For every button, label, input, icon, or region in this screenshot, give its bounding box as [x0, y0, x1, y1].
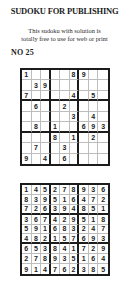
- puzzle-cell-r8c9: [98, 143, 108, 153]
- solution-cell-r2c1: 8: [22, 195, 32, 205]
- solution-cell-r6c9: 3: [98, 234, 108, 244]
- solution-cell-r4c4: 4: [51, 215, 61, 225]
- page-title: SUDOKU FOR PUBLISHING: [0, 6, 129, 16]
- solution-cell-r6c3: 2: [41, 234, 51, 244]
- solution-cell-r8c3: 8: [41, 254, 51, 264]
- puzzle-cell-r8c4: [51, 143, 61, 153]
- solution-cell-r9c8: 8: [89, 264, 99, 274]
- solution-cell-r3c4: 3: [51, 205, 61, 215]
- solution-cell-r6c1: 4: [22, 234, 32, 244]
- puzzle-cell-r4c8: [89, 101, 99, 111]
- puzzle-cell-r9c8: [89, 154, 99, 164]
- solution-cell-r1c5: 7: [60, 185, 70, 195]
- solution-cell-r4c3: 7: [41, 215, 51, 225]
- puzzle-cell-r3c4: [51, 91, 61, 101]
- page-subtitle: This sudoku with solution is totally fre…: [0, 27, 129, 42]
- puzzle-cell-r2c9: [98, 80, 108, 90]
- puzzle-cell-r5c3: [41, 112, 51, 122]
- solution-cell-r6c4: 1: [51, 234, 61, 244]
- puzzle-cell-r3c3: [41, 91, 51, 101]
- puzzle-cell-r9c3: 4: [41, 154, 51, 164]
- solution-cell-r6c6: 7: [70, 234, 80, 244]
- puzzle-cell-r1c9: [98, 70, 108, 80]
- puzzle-cell-r5c7: [79, 112, 89, 122]
- puzzle-cell-r2c7: [79, 80, 89, 90]
- puzzle-cell-r8c3: [41, 143, 51, 153]
- solution-cell-r1c1: 1: [22, 185, 32, 195]
- solution-cell-r2c7: 4: [79, 195, 89, 205]
- puzzle-cell-r8c5: 3: [60, 143, 70, 153]
- solution-cell-r7c4: 8: [51, 244, 61, 254]
- solution-cell-r1c7: 9: [79, 185, 89, 195]
- solution-cell-r7c3: 3: [41, 244, 51, 254]
- solution-cell-r3c6: 4: [70, 205, 80, 215]
- solution-cell-r7c8: 2: [89, 244, 99, 254]
- solution-cell-r4c6: 9: [70, 215, 80, 225]
- solution-cell-r8c8: 6: [89, 254, 99, 264]
- solution-cell-r3c2: 2: [32, 205, 42, 215]
- puzzle-cell-r1c4: [51, 70, 61, 80]
- puzzle-cell-r8c8: [89, 143, 99, 153]
- solution-cell-r5c2: 9: [32, 225, 42, 235]
- solution-cell-r5c8: 4: [89, 225, 99, 235]
- solution-cell-r8c4: 9: [51, 254, 61, 264]
- solution-cell-r6c5: 5: [60, 234, 70, 244]
- solution-cell-r3c7: 8: [79, 205, 89, 215]
- solution-cell-r9c7: 3: [79, 264, 89, 274]
- puzzle-cell-r8c6: [70, 143, 80, 153]
- puzzle-cell-r4c4: [51, 101, 61, 111]
- solution-cell-r9c4: 7: [51, 264, 61, 274]
- solution-cell-r5c5: 8: [60, 225, 70, 235]
- solution-cell-r8c7: 1: [79, 254, 89, 264]
- puzzle-cell-r1c6: 8: [70, 70, 80, 80]
- solution-cell-r8c2: 7: [32, 254, 42, 264]
- subtitle-line-1: This sudoku with solution is: [0, 27, 129, 35]
- puzzle-cell-r5c5: [60, 112, 70, 122]
- solution-cell-r8c9: 4: [98, 254, 108, 264]
- solution-cell-r3c3: 6: [41, 205, 51, 215]
- sudoku-solution-grid: 1452789368395164727263948513674295185916…: [20, 183, 110, 276]
- solution-cell-r9c1: 9: [22, 264, 32, 274]
- puzzle-cell-r3c2: [32, 91, 42, 101]
- puzzle-cell-r9c2: [32, 154, 42, 164]
- puzzle-cell-r5c6: 3: [70, 112, 80, 122]
- solution-cell-r1c3: 5: [41, 185, 51, 195]
- solution-cell-r6c8: 9: [89, 234, 99, 244]
- solution-cell-r7c7: 7: [79, 244, 89, 254]
- solution-cell-r5c6: 3: [70, 225, 80, 235]
- puzzle-cell-r4c2: 6: [32, 101, 42, 111]
- solution-cell-r3c5: 9: [60, 205, 70, 215]
- puzzle-cell-r5c4: [51, 112, 61, 122]
- puzzle-cell-r9c1: 9: [22, 154, 32, 164]
- solution-cell-r2c8: 7: [89, 195, 99, 205]
- puzzle-cell-r5c9: [98, 112, 108, 122]
- puzzle-cell-r2c6: [70, 80, 80, 90]
- puzzle-cell-r5c1: [22, 112, 32, 122]
- solution-cell-r2c2: 3: [32, 195, 42, 205]
- solution-cell-r2c9: 2: [98, 195, 108, 205]
- puzzle-cell-r9c7: [79, 154, 89, 164]
- puzzle-cell-r4c9: [98, 101, 108, 111]
- subtitle-line-2: totally free to use for web or print: [0, 35, 129, 43]
- puzzle-cell-r6c9: 3: [98, 122, 108, 132]
- solution-cell-r5c4: 6: [51, 225, 61, 235]
- puzzle-cell-r3c7: [79, 91, 89, 101]
- solution-cell-r4c9: 8: [98, 215, 108, 225]
- solution-cell-r4c2: 6: [32, 215, 42, 225]
- puzzle-cell-r1c3: [41, 70, 51, 80]
- puzzle-cell-r4c6: [70, 101, 80, 111]
- puzzle-cell-r1c5: [60, 70, 70, 80]
- puzzle-cell-r7c5: [60, 133, 70, 143]
- puzzle-cell-r7c4: 8: [51, 133, 61, 143]
- puzzle-cell-r1c1: 1: [22, 70, 32, 80]
- solution-cell-r7c5: 4: [60, 244, 70, 254]
- puzzle-cell-r7c9: [98, 133, 108, 143]
- solution-cell-r1c4: 2: [51, 185, 61, 195]
- solution-cell-r9c9: 5: [98, 264, 108, 274]
- solution-cell-r8c5: 3: [60, 254, 70, 264]
- puzzle-cell-r4c1: [22, 101, 32, 111]
- puzzle-cell-r3c1: 7: [22, 91, 32, 101]
- solution-cell-r7c6: 1: [70, 244, 80, 254]
- sudoku-puzzle-grid: 1893974562348169381273946: [20, 68, 110, 166]
- solution-cell-r1c2: 4: [32, 185, 42, 195]
- puzzle-cell-r6c2: 8: [32, 122, 42, 132]
- puzzle-cell-r7c2: [32, 133, 42, 143]
- puzzle-cell-r4c5: 2: [60, 101, 70, 111]
- solution-cell-r4c5: 2: [60, 215, 70, 225]
- solution-cell-r6c7: 6: [79, 234, 89, 244]
- solution-cell-r4c7: 5: [79, 215, 89, 225]
- solution-cell-r8c1: 2: [22, 254, 32, 264]
- solution-cell-r7c2: 5: [32, 244, 42, 254]
- puzzle-cell-r8c2: 7: [32, 143, 42, 153]
- puzzle-cell-r7c3: [41, 133, 51, 143]
- sudoku-page: SUDOKU FOR PUBLISHING This sudoku with s…: [0, 0, 129, 300]
- puzzle-cell-r2c5: [60, 80, 70, 90]
- puzzle-cell-r3c5: [60, 91, 70, 101]
- puzzle-cell-r2c2: 3: [32, 80, 42, 90]
- solution-cell-r9c6: 2: [70, 264, 80, 274]
- puzzle-number-label: NO 25: [11, 48, 34, 57]
- solution-cell-r5c9: 7: [98, 225, 108, 235]
- puzzle-cell-r6c5: [60, 122, 70, 132]
- solution-cell-r9c3: 4: [41, 264, 51, 274]
- puzzle-cell-r7c1: [22, 133, 32, 143]
- solution-cell-r3c8: 5: [89, 205, 99, 215]
- puzzle-cell-r3c9: [98, 91, 108, 101]
- solution-cell-r9c2: 1: [32, 264, 42, 274]
- puzzle-cell-r6c6: [70, 122, 80, 132]
- solution-cell-r2c4: 5: [51, 195, 61, 205]
- puzzle-cell-r3c6: 4: [70, 91, 80, 101]
- puzzle-cell-r1c7: 9: [79, 70, 89, 80]
- solution-cell-r6c2: 8: [32, 234, 42, 244]
- solution-cell-r7c1: 6: [22, 244, 32, 254]
- puzzle-cell-r8c7: [79, 143, 89, 153]
- puzzle-cell-r7c7: [79, 133, 89, 143]
- puzzle-cell-r2c1: [22, 80, 32, 90]
- solution-cell-r5c7: 2: [79, 225, 89, 235]
- solution-cell-r1c6: 8: [70, 185, 80, 195]
- puzzle-cell-r4c3: [41, 101, 51, 111]
- solution-cell-r5c3: 1: [41, 225, 51, 235]
- puzzle-cell-r3c8: 5: [89, 91, 99, 101]
- solution-cell-r9c5: 6: [60, 264, 70, 274]
- puzzle-cell-r6c4: 1: [51, 122, 61, 132]
- solution-cell-r4c8: 1: [89, 215, 99, 225]
- puzzle-cell-r2c3: 9: [41, 80, 51, 90]
- puzzle-cell-r1c2: [32, 70, 42, 80]
- solution-cell-r3c9: 1: [98, 205, 108, 215]
- puzzle-cell-r9c5: 6: [60, 154, 70, 164]
- solution-cell-r2c3: 9: [41, 195, 51, 205]
- puzzle-cell-r7c6: 1: [70, 133, 80, 143]
- puzzle-cell-r9c6: [70, 154, 80, 164]
- puzzle-cell-r9c9: [98, 154, 108, 164]
- solution-cell-r1c8: 3: [89, 185, 99, 195]
- solution-cell-r2c6: 6: [70, 195, 80, 205]
- solution-cell-r5c1: 5: [22, 225, 32, 235]
- puzzle-cell-r8c1: [22, 143, 32, 153]
- puzzle-cell-r6c1: [22, 122, 32, 132]
- puzzle-cell-r2c4: [51, 80, 61, 90]
- puzzle-cell-r5c8: 4: [89, 112, 99, 122]
- solution-cell-r4c1: 3: [22, 215, 32, 225]
- puzzle-cell-r2c8: [89, 80, 99, 90]
- solution-cell-r7c9: 9: [98, 244, 108, 254]
- solution-cell-r3c1: 7: [22, 205, 32, 215]
- puzzle-cell-r6c7: 6: [79, 122, 89, 132]
- puzzle-cell-r6c8: 9: [89, 122, 99, 132]
- puzzle-cell-r6c3: [41, 122, 51, 132]
- solution-cell-r8c6: 5: [70, 254, 80, 264]
- puzzle-cell-r9c4: [51, 154, 61, 164]
- solution-cell-r2c5: 1: [60, 195, 70, 205]
- puzzle-cell-r7c8: 2: [89, 133, 99, 143]
- puzzle-cell-r4c7: [79, 101, 89, 111]
- puzzle-cell-r1c8: [89, 70, 99, 80]
- puzzle-cell-r5c2: [32, 112, 42, 122]
- solution-cell-r1c9: 6: [98, 185, 108, 195]
